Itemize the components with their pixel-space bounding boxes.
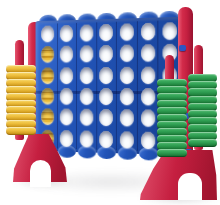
board-cell-r1c5: [117, 21, 137, 43]
board-hole: [60, 67, 73, 84]
disc-ring: [157, 149, 187, 157]
board-hole: [60, 25, 73, 42]
board-cell-r2c2: [58, 44, 77, 65]
board-cell-r6c5: [117, 129, 137, 151]
board-cell-r4c5: [117, 86, 137, 108]
board-cell-r2c4: [97, 43, 116, 65]
board-hole: [80, 67, 94, 84]
board-hole: [60, 46, 73, 63]
board-hole: [41, 67, 54, 84]
board-column-2[interactable]: [58, 23, 78, 149]
board-hole: [80, 25, 94, 42]
board-cell-r2c5: [117, 43, 137, 65]
board-cell-r1c4: [97, 22, 116, 44]
board-hole: [41, 109, 54, 126]
board-hole: [80, 46, 94, 63]
board-column-4[interactable]: [97, 22, 117, 151]
board-column-6[interactable]: [138, 21, 159, 152]
board-hole: [141, 45, 155, 62]
base-foot-left-arch: [30, 160, 51, 187]
board-column-5[interactable]: [117, 21, 138, 151]
board-hole: [141, 88, 155, 105]
board-cell-r5c4: [97, 107, 116, 129]
board-cell-r5c5: [117, 107, 137, 129]
board-hole: [80, 130, 94, 147]
board-cell-r5c3: [77, 107, 96, 128]
board-hole: [120, 131, 134, 148]
board-hole: [120, 23, 134, 40]
board-cell-r4c4: [97, 86, 116, 107]
board-hole: [141, 66, 155, 83]
board-cell-r6c6: [138, 129, 158, 151]
board-hole: [41, 88, 54, 105]
board-hole: [80, 109, 94, 126]
frame-clip-button: [179, 45, 186, 51]
board-cell-r3c2: [58, 65, 77, 86]
board-hole: [162, 22, 177, 40]
board-hole: [141, 23, 155, 41]
board-column-3[interactable]: [77, 22, 97, 149]
board-hole: [100, 67, 114, 84]
board-hole: [120, 88, 134, 105]
board-hole: [141, 110, 155, 127]
board-cell-r5c6: [138, 108, 158, 130]
disc-ring: [188, 139, 217, 147]
board-hole: [100, 24, 114, 41]
disc-ring: [6, 127, 36, 135]
board-hole: [100, 45, 114, 62]
board-cell-r1c6: [138, 21, 158, 43]
board-cell-r3c3: [77, 65, 96, 86]
board-cell-r5c1: [38, 107, 56, 128]
board-cell-r4c3: [77, 86, 96, 107]
board-cell-r6c3: [77, 128, 96, 150]
board-cell-r3c6: [138, 64, 158, 86]
board-hole: [80, 88, 94, 105]
board-cell-r3c4: [97, 65, 116, 86]
board-hole: [60, 109, 73, 126]
board-hole: [141, 131, 155, 149]
board-cell-r2c6: [138, 42, 158, 64]
board-hole: [41, 26, 54, 43]
board-hole: [120, 67, 134, 84]
board-hole: [100, 88, 114, 105]
disc-stack-yellow: [6, 66, 36, 135]
board-hole: [120, 110, 134, 127]
board-cell-r3c5: [117, 64, 137, 86]
board-cell-r4c2: [58, 86, 77, 107]
board-hole: [100, 131, 114, 148]
board-cell-r5c2: [58, 107, 77, 128]
board-hole: [41, 46, 54, 63]
board-hole: [60, 88, 73, 105]
board-cell-r3c1: [38, 65, 56, 86]
disc-stack-green-right: [188, 75, 217, 147]
board-cell-r4c6: [138, 86, 158, 108]
board-cell-r1c3: [77, 22, 96, 44]
board-cell-r6c4: [97, 128, 116, 150]
board-cell-r2c3: [77, 44, 96, 65]
board-hole: [60, 130, 73, 147]
board-cell-r1c1: [38, 23, 56, 44]
giant-connect-four-scene: [0, 0, 220, 205]
board-cell-r1c2: [58, 23, 77, 44]
board-hole: [100, 109, 114, 126]
board-column-1[interactable]: [38, 23, 57, 148]
board-cell-r6c2: [58, 128, 77, 149]
disc-stack-green-front: [157, 80, 187, 157]
base-foot-right-arch: [178, 173, 202, 200]
board-hole: [120, 45, 134, 62]
board-cell-r4c1: [38, 86, 56, 107]
board-cell-r2c1: [38, 44, 56, 65]
board-cell-r1c7: [159, 20, 180, 42]
